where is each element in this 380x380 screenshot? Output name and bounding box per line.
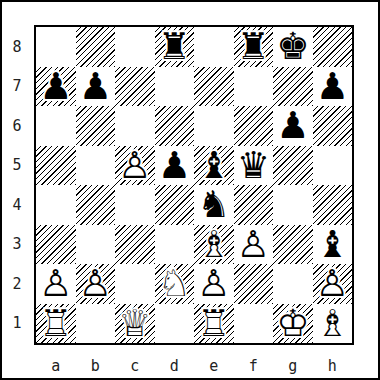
black-queen-icon: ♛ (237, 147, 270, 184)
square-e5[interactable]: ♝♝ (194, 146, 234, 186)
square-d4[interactable] (155, 185, 195, 225)
square-d2[interactable]: ♞♘ (155, 264, 195, 304)
square-a5[interactable] (36, 146, 76, 186)
square-b3[interactable] (76, 225, 116, 265)
file-label-b: b (76, 353, 116, 379)
piece-black-pawn: ♟♟ (313, 67, 353, 107)
piece-black-bishop: ♝♝ (194, 146, 234, 186)
square-e1[interactable]: ♜♖ (194, 304, 234, 344)
square-c5[interactable]: ♟♙ (115, 146, 155, 186)
piece-white-pawn: ♟♙ (36, 264, 76, 304)
square-d6[interactable] (155, 106, 195, 146)
square-f2[interactable] (234, 264, 274, 304)
file-label-c: c (115, 353, 155, 379)
black-pawn-icon: ♟ (316, 68, 349, 105)
white-pawn-icon: ♙ (118, 147, 151, 184)
square-e8[interactable] (194, 27, 234, 67)
square-h8[interactable] (313, 27, 353, 67)
piece-white-queen: ♛♕ (115, 304, 155, 344)
square-g4[interactable] (273, 185, 313, 225)
piece-white-pawn: ♟♙ (76, 264, 116, 304)
square-d7[interactable] (155, 67, 195, 107)
square-g2[interactable] (273, 264, 313, 304)
square-f8[interactable]: ♜♜ (234, 27, 274, 67)
square-c1[interactable]: ♛♕ (115, 304, 155, 344)
square-a3[interactable] (36, 225, 76, 265)
piece-black-king: ♚♚ (273, 27, 313, 67)
square-b4[interactable] (76, 185, 116, 225)
piece-white-rook: ♜♖ (194, 304, 234, 344)
file-label-e: e (194, 353, 234, 379)
square-c2[interactable] (115, 264, 155, 304)
rank-label-2: 2 (2, 264, 32, 304)
square-g6[interactable]: ♟♟ (273, 106, 313, 146)
square-d8[interactable]: ♜♜ (155, 27, 195, 67)
white-bishop-icon: ♗ (197, 226, 230, 263)
square-h3[interactable]: ♝♝ (313, 225, 353, 265)
square-a2[interactable]: ♟♙ (36, 264, 76, 304)
square-g7[interactable] (273, 67, 313, 107)
piece-black-rook: ♜♜ (155, 27, 195, 67)
white-bishop-icon: ♗ (316, 305, 349, 342)
square-h7[interactable]: ♟♟ (313, 67, 353, 107)
black-pawn-icon: ♟ (276, 107, 309, 144)
square-c6[interactable] (115, 106, 155, 146)
white-king-icon: ♔ (276, 305, 309, 342)
black-king-icon: ♚ (276, 28, 309, 65)
rank-label-4: 4 (2, 185, 32, 225)
square-g1[interactable]: ♚♔ (273, 304, 313, 344)
white-pawn-icon: ♙ (39, 265, 72, 302)
square-b7[interactable]: ♟♟ (76, 67, 116, 107)
piece-white-bishop: ♝♗ (313, 304, 353, 344)
square-e2[interactable]: ♟♙ (194, 264, 234, 304)
square-f1[interactable] (234, 304, 274, 344)
square-e6[interactable] (194, 106, 234, 146)
square-g8[interactable]: ♚♚ (273, 27, 313, 67)
rank-label-3: 3 (2, 225, 32, 265)
square-e3[interactable]: ♝♗ (194, 225, 234, 265)
piece-white-bishop: ♝♗ (194, 225, 234, 265)
square-c3[interactable] (115, 225, 155, 265)
rank-label-1: 1 (2, 304, 32, 344)
piece-white-pawn: ♟♙ (194, 264, 234, 304)
piece-white-pawn: ♟♙ (313, 264, 353, 304)
square-e7[interactable] (194, 67, 234, 107)
white-rook-icon: ♖ (39, 305, 72, 342)
piece-black-bishop: ♝♝ (313, 225, 353, 265)
square-d1[interactable] (155, 304, 195, 344)
rank-label-6: 6 (2, 106, 32, 146)
rank-label-5: 5 (2, 146, 32, 186)
piece-white-pawn: ♟♙ (234, 225, 274, 265)
square-h4[interactable] (313, 185, 353, 225)
piece-black-knight: ♞♞ (194, 185, 234, 225)
square-f6[interactable] (234, 106, 274, 146)
square-c4[interactable] (115, 185, 155, 225)
piece-white-king: ♚♔ (273, 304, 313, 344)
file-label-h: h (313, 353, 353, 379)
square-b6[interactable] (76, 106, 116, 146)
black-pawn-icon: ♟ (79, 68, 112, 105)
piece-black-pawn: ♟♟ (76, 67, 116, 107)
square-a6[interactable] (36, 106, 76, 146)
black-bishop-icon: ♝ (197, 147, 230, 184)
square-c8[interactable] (115, 27, 155, 67)
square-b1[interactable] (76, 304, 116, 344)
square-g5[interactable] (273, 146, 313, 186)
black-bishop-icon: ♝ (316, 226, 349, 263)
piece-white-knight: ♞♘ (155, 264, 195, 304)
black-pawn-icon: ♟ (39, 68, 72, 105)
file-label-d: d (155, 353, 195, 379)
diagram-frame: 87654321 ♜♜♜♜♚♚♟♟♟♟♟♟♟♟♟♙♟♟♝♝♛♛♞♞♝♗♟♙♝♝♟… (0, 0, 380, 380)
file-label-g: g (273, 353, 313, 379)
square-e4[interactable]: ♞♞ (194, 185, 234, 225)
square-b5[interactable] (76, 146, 116, 186)
square-a8[interactable] (36, 27, 76, 67)
square-h6[interactable] (313, 106, 353, 146)
white-pawn-icon: ♙ (79, 265, 112, 302)
file-label-a: a (36, 353, 76, 379)
white-pawn-icon: ♙ (237, 226, 270, 263)
file-labels: abcdefgh (36, 353, 352, 379)
square-f4[interactable] (234, 185, 274, 225)
rank-label-7: 7 (2, 67, 32, 107)
chess-board: ♜♜♜♜♚♚♟♟♟♟♟♟♟♟♟♙♟♟♝♝♛♛♞♞♝♗♟♙♝♝♟♙♟♙♞♘♟♙♟♙… (34, 25, 354, 345)
square-c7[interactable] (115, 67, 155, 107)
white-knight-icon: ♘ (158, 265, 191, 302)
square-d5[interactable]: ♟♟ (155, 146, 195, 186)
square-h1[interactable]: ♝♗ (313, 304, 353, 344)
piece-black-queen: ♛♛ (234, 146, 274, 186)
square-a7[interactable]: ♟♟ (36, 67, 76, 107)
black-pawn-icon: ♟ (158, 147, 191, 184)
square-a4[interactable] (36, 185, 76, 225)
rank-labels: 87654321 (2, 27, 32, 343)
square-g3[interactable] (273, 225, 313, 265)
piece-black-pawn: ♟♟ (155, 146, 195, 186)
square-f5[interactable]: ♛♛ (234, 146, 274, 186)
square-f7[interactable] (234, 67, 274, 107)
black-rook-icon: ♜ (237, 28, 270, 65)
square-b8[interactable] (76, 27, 116, 67)
square-h5[interactable] (313, 146, 353, 186)
square-d3[interactable] (155, 225, 195, 265)
square-f3[interactable]: ♟♙ (234, 225, 274, 265)
black-knight-icon: ♞ (197, 186, 230, 223)
white-queen-icon: ♕ (118, 305, 151, 342)
file-label-f: f (234, 353, 274, 379)
black-rook-icon: ♜ (158, 28, 191, 65)
piece-white-pawn: ♟♙ (115, 146, 155, 186)
white-pawn-icon: ♙ (197, 265, 230, 302)
square-h2[interactable]: ♟♙ (313, 264, 353, 304)
square-a1[interactable]: ♜♖ (36, 304, 76, 344)
piece-black-pawn: ♟♟ (273, 106, 313, 146)
piece-white-rook: ♜♖ (36, 304, 76, 344)
piece-black-rook: ♜♜ (234, 27, 274, 67)
square-b2[interactable]: ♟♙ (76, 264, 116, 304)
piece-black-pawn: ♟♟ (36, 67, 76, 107)
white-rook-icon: ♖ (197, 305, 230, 342)
rank-label-8: 8 (2, 27, 32, 67)
white-pawn-icon: ♙ (316, 265, 349, 302)
